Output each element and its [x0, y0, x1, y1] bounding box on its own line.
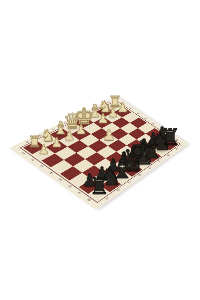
piece-white-pawn-d2: ♟: [75, 124, 87, 137]
piece-white-pawn-h2: ♟: [117, 102, 129, 115]
rank-label-4-right: 4: [143, 117, 149, 121]
rank-label-3-right: 3: [135, 112, 141, 116]
chess-set-photo: aa11bb22cc33dd44ee55ff66gg77hh88 ♜♞♝♛♚♝♞…: [0, 0, 200, 300]
piece-white-pawn-c2: ♟: [63, 130, 75, 143]
rank-label-1-left: 1: [19, 151, 27, 156]
rank-label-5-left: 5: [57, 177, 65, 182]
piece-white-pawn-b2: ♟: [51, 137, 63, 150]
piece-black-rook-h8: ♜: [160, 126, 180, 149]
rank-label-4-left: 4: [47, 170, 55, 175]
rank-label-3-left: 3: [38, 164, 46, 169]
piece-white-pawn-e4: ♟: [102, 128, 115, 143]
rank-label-7-left: 7: [76, 190, 84, 195]
piece-white-pawn-a2: ♟: [38, 144, 50, 157]
rank-label-2-left: 2: [29, 157, 37, 162]
rank-label-6-left: 6: [66, 184, 74, 189]
